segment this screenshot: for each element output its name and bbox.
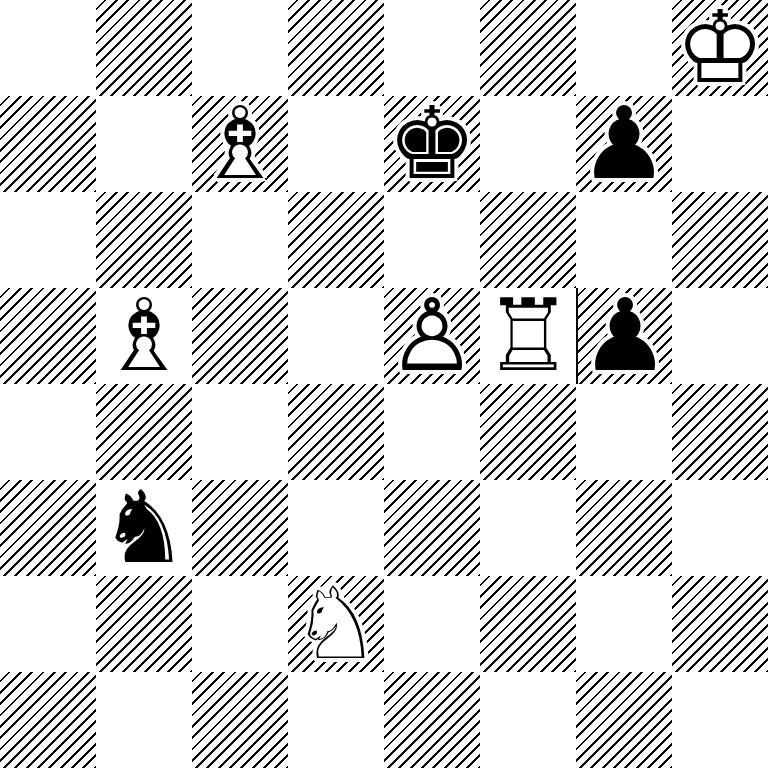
square-f7[interactable] (480, 96, 576, 192)
square-e3[interactable] (384, 480, 480, 576)
black-pawn-icon: ♟ (576, 96, 672, 192)
square-d1[interactable] (288, 672, 384, 768)
square-d6[interactable] (288, 192, 384, 288)
square-f1[interactable] (480, 672, 576, 768)
square-g1[interactable] (576, 672, 672, 768)
square-c6[interactable] (192, 192, 288, 288)
square-a8[interactable] (0, 0, 96, 96)
white-bishop: ♝♗ (96, 288, 192, 384)
chess-board: ♚♔♝♗♚♚♟♟♝♗♟♙♜♖♟♟♞♞♞♘ (0, 0, 768, 768)
square-d5[interactable] (288, 288, 384, 384)
square-e8[interactable] (384, 0, 480, 96)
square-d3[interactable] (288, 480, 384, 576)
square-f2[interactable] (480, 576, 576, 672)
square-g6[interactable] (576, 192, 672, 288)
square-e5[interactable]: ♟♙ (384, 288, 480, 384)
square-g8[interactable] (576, 0, 672, 96)
white-king: ♚♔ (672, 0, 768, 96)
square-a5[interactable] (0, 288, 96, 384)
square-h4[interactable] (672, 384, 768, 480)
white-bishop-icon: ♗ (192, 96, 288, 192)
square-e2[interactable] (384, 576, 480, 672)
square-c2[interactable] (192, 576, 288, 672)
white-rook-icon: ♖ (480, 288, 576, 384)
square-c7[interactable]: ♝♗ (192, 96, 288, 192)
square-b6[interactable] (96, 192, 192, 288)
square-d4[interactable] (288, 384, 384, 480)
square-b5[interactable]: ♝♗ (96, 288, 192, 384)
square-d2[interactable]: ♞♘ (288, 576, 384, 672)
black-pawn: ♟♟ (576, 96, 672, 192)
square-e1[interactable] (384, 672, 480, 768)
square-a2[interactable] (0, 576, 96, 672)
square-b8[interactable] (96, 0, 192, 96)
white-pawn: ♟♙ (384, 288, 480, 384)
square-f3[interactable] (480, 480, 576, 576)
square-a6[interactable] (0, 192, 96, 288)
square-b2[interactable] (96, 576, 192, 672)
square-h5[interactable] (672, 288, 768, 384)
square-g3[interactable] (576, 480, 672, 576)
square-h3[interactable] (672, 480, 768, 576)
square-g7[interactable]: ♟♟ (576, 96, 672, 192)
white-bishop: ♝♗ (192, 96, 288, 192)
black-knight: ♞♞ (96, 480, 192, 576)
square-b3[interactable]: ♞♞ (96, 480, 192, 576)
square-f5[interactable]: ♜♖ (480, 288, 576, 384)
white-pawn-icon: ♙ (384, 288, 480, 384)
square-b1[interactable] (96, 672, 192, 768)
black-knight-icon: ♞ (96, 480, 192, 576)
square-h2[interactable] (672, 576, 768, 672)
white-rook: ♜♖ (480, 288, 576, 384)
black-pawn-icon: ♟ (578, 288, 672, 384)
square-c1[interactable] (192, 672, 288, 768)
black-pawn: ♟♟ (578, 288, 672, 384)
square-e7[interactable]: ♚♚ (384, 96, 480, 192)
white-bishop-icon: ♗ (96, 288, 192, 384)
square-d8[interactable] (288, 0, 384, 96)
white-knight-icon: ♘ (288, 576, 384, 672)
square-c3[interactable] (192, 480, 288, 576)
square-h6[interactable] (672, 192, 768, 288)
square-g5[interactable]: ♟♟ (576, 288, 672, 384)
square-a1[interactable] (0, 672, 96, 768)
square-e4[interactable] (384, 384, 480, 480)
square-b4[interactable] (96, 384, 192, 480)
square-f4[interactable] (480, 384, 576, 480)
square-e6[interactable] (384, 192, 480, 288)
square-a3[interactable] (0, 480, 96, 576)
black-king-icon: ♚ (384, 96, 480, 192)
square-a7[interactable] (0, 96, 96, 192)
square-g2[interactable] (576, 576, 672, 672)
white-king-icon: ♔ (672, 0, 768, 96)
square-f6[interactable] (480, 192, 576, 288)
square-c8[interactable] (192, 0, 288, 96)
square-h1[interactable] (672, 672, 768, 768)
white-knight: ♞♘ (288, 576, 384, 672)
square-c5[interactable] (192, 288, 288, 384)
black-king: ♚♚ (384, 96, 480, 192)
square-h7[interactable] (672, 96, 768, 192)
square-b7[interactable] (96, 96, 192, 192)
square-g4[interactable] (576, 384, 672, 480)
square-d7[interactable] (288, 96, 384, 192)
square-f8[interactable] (480, 0, 576, 96)
square-h8[interactable]: ♚♔ (672, 0, 768, 96)
square-a4[interactable] (0, 384, 96, 480)
square-c4[interactable] (192, 384, 288, 480)
